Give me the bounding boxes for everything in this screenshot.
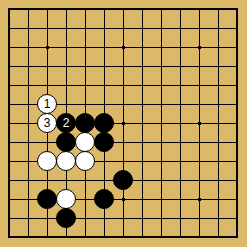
stone-white (56, 151, 76, 171)
stone-black (94, 132, 114, 152)
grid-line-vertical (161, 9, 162, 238)
stone-white-move-1: 1 (37, 94, 57, 114)
grid-line-vertical (142, 9, 143, 238)
star-point (198, 122, 201, 125)
stone-white-move-3: 3 (37, 113, 57, 133)
stone-white (56, 189, 76, 209)
stone-black (113, 170, 133, 190)
stone-black (75, 113, 95, 133)
stone-black (94, 113, 114, 133)
star-point (198, 46, 201, 49)
star-point (46, 46, 49, 49)
star-point (122, 46, 125, 49)
stone-white (75, 132, 95, 152)
star-point (198, 198, 201, 201)
stone-black (56, 132, 76, 152)
grid-line-horizontal (9, 142, 238, 143)
stone-black (37, 189, 57, 209)
stone-white (75, 151, 95, 171)
star-point (122, 198, 125, 201)
star-point (122, 122, 125, 125)
go-diagram: 132 (0, 0, 247, 247)
stone-black (94, 189, 114, 209)
grid-line-horizontal (9, 218, 238, 219)
grid-line-vertical (218, 9, 219, 238)
go-board: 132 (0, 0, 247, 247)
stone-white (37, 151, 57, 171)
grid-line-vertical (180, 9, 181, 238)
stone-black-move-2: 2 (56, 113, 76, 133)
stone-black (56, 208, 76, 228)
